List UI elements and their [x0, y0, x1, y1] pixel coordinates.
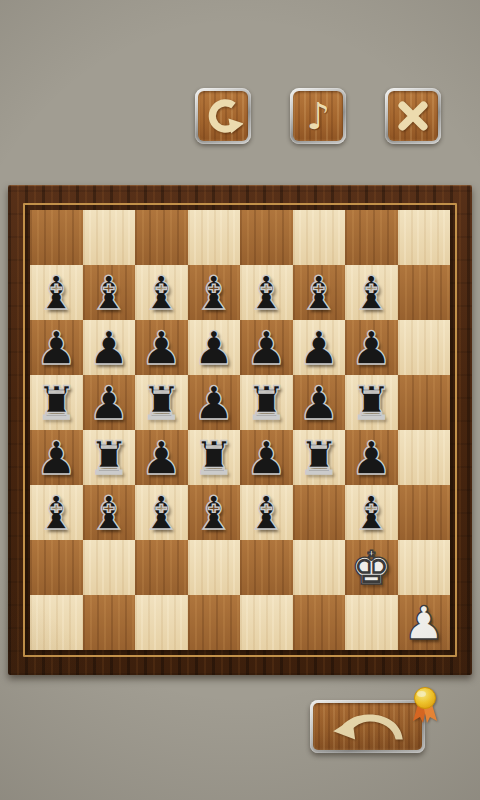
piece-black-pawn: ♟	[193, 380, 234, 426]
square-a3[interactable]: ♝	[30, 485, 83, 540]
close-x-icon	[393, 96, 433, 136]
square-h2[interactable]	[398, 540, 451, 595]
piece-black-pawn: ♟	[298, 325, 339, 371]
square-a4[interactable]: ♟	[30, 430, 83, 485]
board-gold-pinstripe: ♝♝♝♝♝♝♝♟♟♟♟♟♟♟♜♟♜♟♜♟♜♟♜♟♜♟♜♟♝♝♝♝♝♝♚♟	[23, 203, 457, 657]
restart-circular-arrow-icon	[203, 96, 243, 136]
piece-black-rook: ♜	[36, 380, 77, 426]
square-g2[interactable]: ♚	[345, 540, 398, 595]
piece-black-bishop: ♝	[88, 270, 129, 316]
piece-black-pawn: ♟	[246, 435, 287, 481]
square-e3[interactable]: ♝	[240, 485, 293, 540]
square-h7[interactable]	[398, 265, 451, 320]
square-e2[interactable]	[240, 540, 293, 595]
square-c8[interactable]	[135, 210, 188, 265]
square-f1[interactable]	[293, 595, 346, 650]
piece-black-pawn: ♟	[36, 325, 77, 371]
piece-black-rook: ♜	[298, 435, 339, 481]
square-f3[interactable]	[293, 485, 346, 540]
square-g5[interactable]: ♜	[345, 375, 398, 430]
piece-black-bishop: ♝	[246, 270, 287, 316]
square-c2[interactable]	[135, 540, 188, 595]
square-e8[interactable]	[240, 210, 293, 265]
piece-black-pawn: ♟	[298, 380, 339, 426]
piece-black-bishop: ♝	[351, 490, 392, 536]
square-a5[interactable]: ♜	[30, 375, 83, 430]
square-f2[interactable]	[293, 540, 346, 595]
piece-black-rook: ♜	[193, 435, 234, 481]
piece-black-rook: ♜	[246, 380, 287, 426]
piece-black-rook: ♜	[351, 380, 392, 426]
square-e5[interactable]: ♜	[240, 375, 293, 430]
square-b3[interactable]: ♝	[83, 485, 136, 540]
square-d7[interactable]: ♝	[188, 265, 241, 320]
music-button-face: ♪	[293, 91, 343, 141]
piece-black-bishop: ♝	[298, 270, 339, 316]
piece-black-pawn: ♟	[36, 435, 77, 481]
square-d6[interactable]: ♟	[188, 320, 241, 375]
piece-black-pawn: ♟	[141, 325, 182, 371]
square-g6[interactable]: ♟	[345, 320, 398, 375]
square-g3[interactable]: ♝	[345, 485, 398, 540]
square-h8[interactable]	[398, 210, 451, 265]
square-c1[interactable]	[135, 595, 188, 650]
square-f4[interactable]: ♜	[293, 430, 346, 485]
piece-black-pawn: ♟	[193, 325, 234, 371]
square-c6[interactable]: ♟	[135, 320, 188, 375]
square-e1[interactable]	[240, 595, 293, 650]
piece-black-rook: ♜	[88, 435, 129, 481]
board-grid: ♝♝♝♝♝♝♝♟♟♟♟♟♟♟♜♟♜♟♜♟♜♟♜♟♜♟♜♟♝♝♝♝♝♝♚♟	[30, 210, 450, 650]
piece-black-pawn: ♟	[141, 435, 182, 481]
square-b2[interactable]	[83, 540, 136, 595]
piece-white-king: ♚	[351, 545, 392, 591]
undo-arrow-icon	[322, 707, 414, 747]
square-g8[interactable]	[345, 210, 398, 265]
square-g4[interactable]: ♟	[345, 430, 398, 485]
square-a6[interactable]: ♟	[30, 320, 83, 375]
square-e7[interactable]: ♝	[240, 265, 293, 320]
square-h3[interactable]	[398, 485, 451, 540]
piece-black-bishop: ♝	[193, 490, 234, 536]
square-a1[interactable]	[30, 595, 83, 650]
square-b7[interactable]: ♝	[83, 265, 136, 320]
piece-black-bishop: ♝	[88, 490, 129, 536]
square-g1[interactable]	[345, 595, 398, 650]
square-b8[interactable]	[83, 210, 136, 265]
square-h1[interactable]: ♟	[398, 595, 451, 650]
square-d8[interactable]	[188, 210, 241, 265]
square-e6[interactable]: ♟	[240, 320, 293, 375]
piece-black-bishop: ♝	[36, 490, 77, 536]
piece-black-pawn: ♟	[351, 435, 392, 481]
chess-board-frame: ♝♝♝♝♝♝♝♟♟♟♟♟♟♟♜♟♜♟♜♟♜♟♜♟♜♟♜♟♝♝♝♝♝♝♚♟	[8, 185, 472, 675]
gold-medal-ribbon-icon	[410, 686, 440, 726]
square-a7[interactable]: ♝	[30, 265, 83, 320]
undo-button[interactable]	[310, 700, 425, 753]
square-c4[interactable]: ♟	[135, 430, 188, 485]
piece-black-bishop: ♝	[141, 270, 182, 316]
close-button-face	[388, 91, 438, 141]
square-b6[interactable]: ♟	[83, 320, 136, 375]
square-b1[interactable]	[83, 595, 136, 650]
piece-black-rook: ♜	[141, 380, 182, 426]
square-d5[interactable]: ♟	[188, 375, 241, 430]
square-f5[interactable]: ♟	[293, 375, 346, 430]
piece-black-bishop: ♝	[193, 270, 234, 316]
square-c7[interactable]: ♝	[135, 265, 188, 320]
app-screen: ♪ ♝♝♝♝♝♝♝♟♟♟♟♟♟♟♜♟♜♟♜♟♜♟♜♟♜♟♜♟♝♝♝♝♝♝♚♟	[0, 0, 480, 800]
piece-black-pawn: ♟	[246, 325, 287, 371]
piece-black-bishop: ♝	[246, 490, 287, 536]
square-c3[interactable]: ♝	[135, 485, 188, 540]
square-g7[interactable]: ♝	[345, 265, 398, 320]
square-f6[interactable]: ♟	[293, 320, 346, 375]
square-h6[interactable]	[398, 320, 451, 375]
restart-button[interactable]	[195, 88, 251, 144]
square-h5[interactable]	[398, 375, 451, 430]
piece-black-pawn: ♟	[88, 325, 129, 371]
close-button[interactable]	[385, 88, 441, 144]
square-f8[interactable]	[293, 210, 346, 265]
square-c5[interactable]: ♜	[135, 375, 188, 430]
square-h4[interactable]	[398, 430, 451, 485]
undo-button-face	[313, 703, 422, 750]
square-a8[interactable]	[30, 210, 83, 265]
piece-black-pawn: ♟	[351, 325, 392, 371]
piece-black-pawn: ♟	[88, 380, 129, 426]
square-d3[interactable]: ♝	[188, 485, 241, 540]
square-a2[interactable]	[30, 540, 83, 595]
square-f7[interactable]: ♝	[293, 265, 346, 320]
square-e4[interactable]: ♟	[240, 430, 293, 485]
square-b4[interactable]: ♜	[83, 430, 136, 485]
piece-black-bishop: ♝	[351, 270, 392, 316]
music-note-icon: ♪	[306, 98, 330, 135]
piece-white-pawn: ♟	[403, 600, 444, 646]
square-d2[interactable]	[188, 540, 241, 595]
toolbar: ♪	[195, 88, 441, 144]
piece-black-bishop: ♝	[141, 490, 182, 536]
restart-button-face	[198, 91, 248, 141]
square-d4[interactable]: ♜	[188, 430, 241, 485]
square-b5[interactable]: ♟	[83, 375, 136, 430]
piece-black-bishop: ♝	[36, 270, 77, 316]
music-button[interactable]: ♪	[290, 88, 346, 144]
square-d1[interactable]	[188, 595, 241, 650]
